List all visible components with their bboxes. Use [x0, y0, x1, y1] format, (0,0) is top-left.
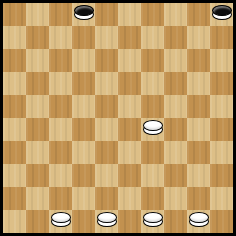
piece-face: [97, 212, 117, 223]
square-r7c3[interactable]: [49, 141, 72, 164]
square-r5c4[interactable]: [72, 95, 95, 118]
square-r2c2[interactable]: [26, 26, 49, 49]
square-r5c3[interactable]: [49, 95, 72, 118]
square-r10c8[interactable]: [164, 210, 187, 233]
square-r4c5[interactable]: [95, 72, 118, 95]
square-r2c1[interactable]: [3, 26, 26, 49]
square-r8c10[interactable]: [210, 164, 233, 187]
square-r2c8[interactable]: [164, 26, 187, 49]
square-r3c7[interactable]: [141, 49, 164, 72]
square-r5c6[interactable]: [118, 95, 141, 118]
square-r1c2[interactable]: [26, 3, 49, 26]
white-man[interactable]: [143, 212, 163, 227]
square-r10c10[interactable]: [210, 210, 233, 233]
square-r5c10[interactable]: [210, 95, 233, 118]
square-r3c2[interactable]: [26, 49, 49, 72]
square-r7c4[interactable]: [72, 141, 95, 164]
square-r10c7[interactable]: [141, 210, 164, 233]
piece-face: [74, 5, 94, 16]
square-r6c6[interactable]: [118, 118, 141, 141]
black-man[interactable]: [74, 5, 94, 20]
square-r7c9[interactable]: [187, 141, 210, 164]
square-r7c8[interactable]: [164, 141, 187, 164]
square-r1c3[interactable]: [49, 3, 72, 26]
black-man[interactable]: [212, 5, 232, 20]
square-r7c5[interactable]: [95, 141, 118, 164]
square-r10c4[interactable]: [72, 210, 95, 233]
square-r8c8[interactable]: [164, 164, 187, 187]
square-r7c6[interactable]: [118, 141, 141, 164]
white-man[interactable]: [97, 212, 117, 227]
square-r6c9[interactable]: [187, 118, 210, 141]
square-r3c8[interactable]: [164, 49, 187, 72]
square-r1c8[interactable]: [164, 3, 187, 26]
square-r9c7[interactable]: [141, 187, 164, 210]
square-r4c4[interactable]: [72, 72, 95, 95]
square-r7c10[interactable]: [210, 141, 233, 164]
square-r5c1[interactable]: [3, 95, 26, 118]
white-man[interactable]: [51, 212, 71, 227]
square-r8c7[interactable]: [141, 164, 164, 187]
square-r7c1[interactable]: [3, 141, 26, 164]
square-r8c2[interactable]: [26, 164, 49, 187]
draughts-board-frame: [0, 0, 236, 236]
piece-face: [212, 5, 232, 16]
piece-face: [143, 212, 163, 223]
square-r8c4[interactable]: [72, 164, 95, 187]
square-r1c9[interactable]: [187, 3, 210, 26]
square-r3c10[interactable]: [210, 49, 233, 72]
square-r10c2[interactable]: [26, 210, 49, 233]
square-r9c5[interactable]: [95, 187, 118, 210]
square-r4c3[interactable]: [49, 72, 72, 95]
square-r10c1[interactable]: [3, 210, 26, 233]
square-r2c5[interactable]: [95, 26, 118, 49]
square-r3c4[interactable]: [72, 49, 95, 72]
square-r9c1[interactable]: [3, 187, 26, 210]
piece-face: [51, 212, 71, 223]
piece-face: [143, 120, 163, 131]
square-r3c3[interactable]: [49, 49, 72, 72]
square-r5c7[interactable]: [141, 95, 164, 118]
square-r6c4[interactable]: [72, 118, 95, 141]
square-r1c7[interactable]: [141, 3, 164, 26]
square-r9c10[interactable]: [210, 187, 233, 210]
square-r8c5[interactable]: [95, 164, 118, 187]
square-r5c5[interactable]: [95, 95, 118, 118]
white-man[interactable]: [143, 120, 163, 135]
board: [3, 3, 233, 233]
square-r9c2[interactable]: [26, 187, 49, 210]
square-r10c5[interactable]: [95, 210, 118, 233]
square-r1c1[interactable]: [3, 3, 26, 26]
square-r10c3[interactable]: [49, 210, 72, 233]
square-r1c4[interactable]: [72, 3, 95, 26]
square-r3c6[interactable]: [118, 49, 141, 72]
white-man[interactable]: [189, 212, 209, 227]
square-r10c6[interactable]: [118, 210, 141, 233]
square-r9c8[interactable]: [164, 187, 187, 210]
square-r4c2[interactable]: [26, 72, 49, 95]
square-r5c9[interactable]: [187, 95, 210, 118]
square-r6c5[interactable]: [95, 118, 118, 141]
square-r10c9[interactable]: [187, 210, 210, 233]
square-r6c3[interactable]: [49, 118, 72, 141]
square-r2c3[interactable]: [49, 26, 72, 49]
square-r4c7[interactable]: [141, 72, 164, 95]
square-r1c5[interactable]: [95, 3, 118, 26]
piece-face: [189, 212, 209, 223]
square-r6c10[interactable]: [210, 118, 233, 141]
square-r4c1[interactable]: [3, 72, 26, 95]
square-r6c1[interactable]: [3, 118, 26, 141]
square-r2c4[interactable]: [72, 26, 95, 49]
square-r7c7[interactable]: [141, 141, 164, 164]
square-r9c3[interactable]: [49, 187, 72, 210]
square-r4c8[interactable]: [164, 72, 187, 95]
square-r9c4[interactable]: [72, 187, 95, 210]
square-r7c2[interactable]: [26, 141, 49, 164]
square-r5c2[interactable]: [26, 95, 49, 118]
square-r9c9[interactable]: [187, 187, 210, 210]
square-r3c5[interactable]: [95, 49, 118, 72]
square-r4c10[interactable]: [210, 72, 233, 95]
square-r6c8[interactable]: [164, 118, 187, 141]
square-r5c8[interactable]: [164, 95, 187, 118]
square-r2c10[interactable]: [210, 26, 233, 49]
square-r1c10[interactable]: [210, 3, 233, 26]
square-r8c1[interactable]: [3, 164, 26, 187]
square-r2c9[interactable]: [187, 26, 210, 49]
square-r8c3[interactable]: [49, 164, 72, 187]
square-r4c9[interactable]: [187, 72, 210, 95]
square-r3c9[interactable]: [187, 49, 210, 72]
square-r2c7[interactable]: [141, 26, 164, 49]
square-r3c1[interactable]: [3, 49, 26, 72]
square-r9c6[interactable]: [118, 187, 141, 210]
square-r1c6[interactable]: [118, 3, 141, 26]
square-r4c6[interactable]: [118, 72, 141, 95]
square-r6c7[interactable]: [141, 118, 164, 141]
square-r2c6[interactable]: [118, 26, 141, 49]
square-r6c2[interactable]: [26, 118, 49, 141]
square-r8c6[interactable]: [118, 164, 141, 187]
square-r8c9[interactable]: [187, 164, 210, 187]
